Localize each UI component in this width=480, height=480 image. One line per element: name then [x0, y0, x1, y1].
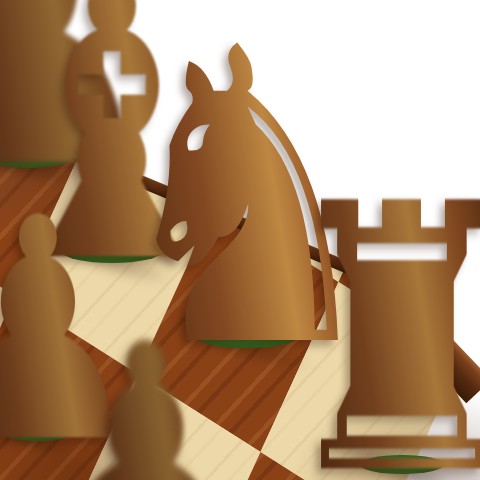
piece-rook-h7: ♜: [273, 126, 480, 480]
pieces-layer: ♟♝♞♜♟♟: [0, 0, 480, 480]
chess-set-photo: ♟♝♞♜♟♟: [0, 0, 480, 480]
piece-pawn-g6: ♟: [38, 279, 254, 480]
